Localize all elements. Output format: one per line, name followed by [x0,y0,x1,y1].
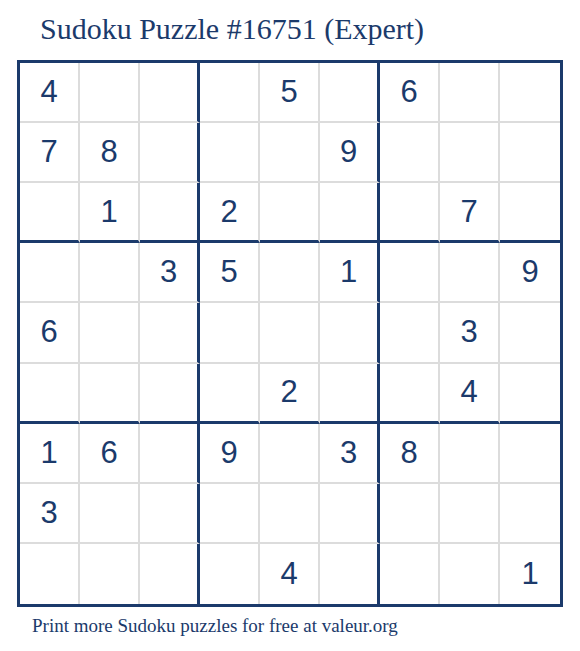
sudoku-cell[interactable]: 1 [320,243,380,303]
sudoku-cell[interactable] [80,243,140,303]
sudoku-cell[interactable]: 9 [200,424,260,484]
sudoku-cell[interactable]: 4 [440,364,500,424]
sudoku-cell[interactable]: 1 [20,424,80,484]
sudoku-cell[interactable] [20,243,80,303]
sudoku-cell[interactable] [380,484,440,544]
sudoku-cell[interactable] [500,123,560,183]
sudoku-cell[interactable] [200,123,260,183]
sudoku-cell[interactable] [380,303,440,363]
sudoku-cell[interactable]: 7 [440,183,500,243]
sudoku-cell[interactable] [20,183,80,243]
sudoku-cell[interactable] [140,424,200,484]
sudoku-cell[interactable] [500,63,560,123]
sudoku-cell[interactable]: 4 [260,544,320,604]
sudoku-grid: 4567891273519632416938341 [17,60,563,607]
sudoku-cell[interactable] [440,123,500,183]
sudoku-cell[interactable] [500,484,560,544]
sudoku-cell[interactable] [440,424,500,484]
sudoku-cell[interactable]: 5 [200,243,260,303]
sudoku-cell[interactable] [260,243,320,303]
sudoku-cell[interactable] [200,303,260,363]
sudoku-cell[interactable] [440,544,500,604]
sudoku-cell[interactable]: 3 [20,484,80,544]
sudoku-cell[interactable] [200,544,260,604]
sudoku-cell[interactable]: 6 [20,303,80,363]
sudoku-cell[interactable]: 9 [500,243,560,303]
sudoku-cell[interactable]: 5 [260,63,320,123]
sudoku-cell[interactable]: 4 [20,63,80,123]
sudoku-cell[interactable]: 2 [260,364,320,424]
sudoku-cell[interactable]: 8 [380,424,440,484]
sudoku-cell[interactable] [380,364,440,424]
sudoku-cell[interactable] [140,364,200,424]
sudoku-cell[interactable]: 7 [20,123,80,183]
sudoku-cell[interactable] [320,63,380,123]
sudoku-cell[interactable] [200,484,260,544]
sudoku-cell[interactable]: 3 [320,424,380,484]
footer-text: Print more Sudoku puzzles for free at va… [32,615,398,637]
sudoku-cell[interactable] [320,183,380,243]
sudoku-cell[interactable] [500,303,560,363]
sudoku-cell[interactable]: 3 [140,243,200,303]
sudoku-cell[interactable] [260,123,320,183]
sudoku-cell[interactable] [320,364,380,424]
sudoku-cell[interactable] [80,63,140,123]
sudoku-cell[interactable] [140,544,200,604]
sudoku-cell[interactable] [440,243,500,303]
sudoku-cell[interactable] [500,424,560,484]
sudoku-cell[interactable]: 3 [440,303,500,363]
sudoku-cell[interactable] [140,123,200,183]
sudoku-cell[interactable]: 6 [80,424,140,484]
sudoku-cell[interactable] [380,183,440,243]
sudoku-cell[interactable] [380,243,440,303]
sudoku-cell[interactable] [260,183,320,243]
sudoku-cell[interactable] [320,484,380,544]
sudoku-cell[interactable] [140,303,200,363]
sudoku-cell[interactable] [200,364,260,424]
sudoku-cell[interactable] [260,424,320,484]
puzzle-title: Sudoku Puzzle #16751 (Expert) [40,12,424,46]
sudoku-cell[interactable] [200,63,260,123]
sudoku-cell[interactable]: 8 [80,123,140,183]
sudoku-cell[interactable] [140,183,200,243]
sudoku-cell[interactable] [80,364,140,424]
sudoku-cell[interactable] [80,303,140,363]
sudoku-cell[interactable]: 9 [320,123,380,183]
sudoku-cell[interactable] [440,63,500,123]
sudoku-cell[interactable]: 2 [200,183,260,243]
sudoku-cell[interactable] [500,364,560,424]
sudoku-cell[interactable] [320,303,380,363]
sudoku-cell[interactable] [20,544,80,604]
sudoku-cell[interactable] [20,364,80,424]
sudoku-cell[interactable]: 1 [80,183,140,243]
sudoku-cell[interactable] [380,544,440,604]
sudoku-cell[interactable] [140,484,200,544]
sudoku-cell[interactable] [320,544,380,604]
sudoku-cell[interactable] [500,183,560,243]
sudoku-cell[interactable]: 1 [500,544,560,604]
sudoku-cell[interactable] [440,484,500,544]
sudoku-cell[interactable]: 6 [380,63,440,123]
sudoku-cell[interactable] [80,484,140,544]
sudoku-cell[interactable] [380,123,440,183]
sudoku-cell[interactable] [260,484,320,544]
sudoku-cell[interactable] [260,303,320,363]
sudoku-cell[interactable] [140,63,200,123]
sudoku-cell[interactable] [80,544,140,604]
